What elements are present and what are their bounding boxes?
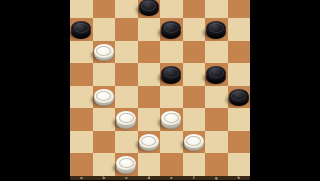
black-man-e5[interactable] xyxy=(161,66,181,80)
letterbox-right xyxy=(250,0,320,180)
file-label-h: h xyxy=(228,176,251,181)
file-label-a: a xyxy=(70,176,93,181)
piece-top xyxy=(139,0,159,13)
black-man-g5[interactable] xyxy=(206,66,226,80)
white-man-c1[interactable] xyxy=(116,156,136,170)
black-man-d8[interactable] xyxy=(139,0,159,13)
white-man-c3[interactable] xyxy=(116,111,136,125)
file-label-c: c xyxy=(115,176,138,181)
white-man-e3[interactable] xyxy=(161,111,181,125)
file-label-d: d xyxy=(138,176,161,181)
video-frame: abcdefgh xyxy=(0,0,320,180)
letterbox-left xyxy=(0,0,70,180)
piece-top xyxy=(184,134,204,148)
black-man-a7[interactable] xyxy=(71,21,91,35)
file-label-e: e xyxy=(160,176,183,181)
white-man-f2[interactable] xyxy=(184,134,204,148)
file-label-f: f xyxy=(183,176,206,181)
file-label-b: b xyxy=(93,176,116,181)
black-man-g7[interactable] xyxy=(206,21,226,35)
file-label-g: g xyxy=(205,176,228,181)
piece-top xyxy=(229,89,249,103)
piece-top xyxy=(94,89,114,103)
piece-top xyxy=(139,134,159,148)
black-man-e7[interactable] xyxy=(161,21,181,35)
black-man-h4[interactable] xyxy=(229,89,249,103)
white-man-b4[interactable] xyxy=(94,89,114,103)
white-man-b6[interactable] xyxy=(94,44,114,58)
board-frame-bottom: abcdefgh xyxy=(70,176,250,181)
piece-top xyxy=(94,44,114,58)
white-man-d2[interactable] xyxy=(139,134,159,148)
